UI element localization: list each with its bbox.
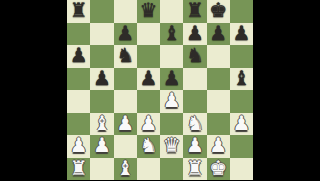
square-a1[interactable]: ♜ [67,158,90,181]
square-b8[interactable] [90,0,113,23]
letterbox-right-bar [253,0,320,180]
square-e2[interactable]: ♛ [160,135,183,158]
square-g1[interactable]: ♚ [207,158,230,181]
square-b4[interactable] [90,90,113,113]
square-f7[interactable]: ♟ [183,23,206,46]
black-pawn-b5[interactable]: ♟ [93,68,111,88]
black-pawn-h7[interactable]: ♟ [232,23,250,43]
square-f4[interactable] [183,90,206,113]
black-rook-a8[interactable]: ♜ [70,0,88,20]
square-g8[interactable]: ♚ [207,0,230,23]
white-pawn-c3[interactable]: ♟ [116,113,134,133]
square-b3[interactable]: ♝ [90,113,113,136]
white-pawn-d3[interactable]: ♟ [139,113,157,133]
white-pawn-a2[interactable]: ♟ [70,135,88,155]
square-g4[interactable] [207,90,230,113]
white-pawn-g2[interactable]: ♟ [209,135,227,155]
square-e4[interactable]: ♟ [160,90,183,113]
black-pawn-a6[interactable]: ♟ [70,45,88,65]
black-king-g8[interactable]: ♚ [209,0,227,20]
square-e6[interactable] [160,45,183,68]
square-c3[interactable]: ♟ [114,113,137,136]
white-pawn-h3[interactable]: ♟ [232,113,250,133]
square-d2[interactable]: ♞ [137,135,160,158]
square-c1[interactable]: ♝ [114,158,137,181]
square-a5[interactable] [67,68,90,91]
square-c7[interactable]: ♟ [114,23,137,46]
square-h6[interactable] [230,45,253,68]
white-king-g1[interactable]: ♚ [209,158,227,178]
square-h2[interactable] [230,135,253,158]
square-f6[interactable]: ♞ [183,45,206,68]
black-bishop-h5[interactable]: ♝ [232,68,250,88]
square-d8[interactable]: ♛ [137,0,160,23]
square-h8[interactable] [230,0,253,23]
square-f2[interactable]: ♟ [183,135,206,158]
square-f5[interactable] [183,68,206,91]
square-a7[interactable] [67,23,90,46]
square-g2[interactable]: ♟ [207,135,230,158]
square-g5[interactable] [207,68,230,91]
square-g6[interactable] [207,45,230,68]
white-pawn-f2[interactable]: ♟ [186,135,204,155]
square-a8[interactable]: ♜ [67,0,90,23]
white-rook-a1[interactable]: ♜ [70,158,88,178]
square-c6[interactable]: ♞ [114,45,137,68]
screenshot-stage: ♜♛♜♚♟♝♟♟♟♟♞♞♟♟♟♝♟♝♟♟♞♟♟♟♞♛♟♟♜♝♜♚ [0,0,320,180]
square-g7[interactable]: ♟ [207,23,230,46]
square-f3[interactable]: ♞ [183,113,206,136]
white-knight-f3[interactable]: ♞ [186,113,204,133]
square-e3[interactable] [160,113,183,136]
square-a2[interactable]: ♟ [67,135,90,158]
square-c8[interactable] [114,0,137,23]
square-b5[interactable]: ♟ [90,68,113,91]
square-f8[interactable]: ♜ [183,0,206,23]
white-bishop-c1[interactable]: ♝ [116,158,134,178]
black-rook-f8[interactable]: ♜ [186,0,204,20]
square-d1[interactable] [137,158,160,181]
square-a3[interactable] [67,113,90,136]
square-g3[interactable] [207,113,230,136]
square-f1[interactable]: ♜ [183,158,206,181]
black-knight-f6[interactable]: ♞ [186,45,204,65]
square-b2[interactable]: ♟ [90,135,113,158]
black-pawn-f7[interactable]: ♟ [186,23,204,43]
black-pawn-c7[interactable]: ♟ [116,23,134,43]
square-d3[interactable]: ♟ [137,113,160,136]
white-bishop-b3[interactable]: ♝ [93,113,111,133]
white-pawn-b2[interactable]: ♟ [93,135,111,155]
square-b7[interactable] [90,23,113,46]
square-d6[interactable] [137,45,160,68]
white-queen-e2[interactable]: ♛ [163,135,181,155]
square-d7[interactable] [137,23,160,46]
square-a4[interactable] [67,90,90,113]
square-b1[interactable] [90,158,113,181]
black-queen-d8[interactable]: ♛ [139,0,157,20]
black-bishop-e7[interactable]: ♝ [163,23,181,43]
square-e7[interactable]: ♝ [160,23,183,46]
square-b6[interactable] [90,45,113,68]
white-rook-f1[interactable]: ♜ [186,158,204,178]
square-e8[interactable] [160,0,183,23]
square-h4[interactable] [230,90,253,113]
square-e5[interactable]: ♟ [160,68,183,91]
square-c4[interactable] [114,90,137,113]
square-c2[interactable] [114,135,137,158]
square-h3[interactable]: ♟ [230,113,253,136]
square-e1[interactable] [160,158,183,181]
square-d4[interactable] [137,90,160,113]
square-a6[interactable]: ♟ [67,45,90,68]
black-pawn-e5[interactable]: ♟ [163,68,181,88]
black-pawn-d5[interactable]: ♟ [139,68,157,88]
letterbox-left-bar [0,0,67,180]
square-h5[interactable]: ♝ [230,68,253,91]
chess-board: ♜♛♜♚♟♝♟♟♟♟♞♞♟♟♟♝♟♝♟♟♞♟♟♟♞♛♟♟♜♝♜♚ [67,0,253,180]
square-c5[interactable] [114,68,137,91]
white-knight-d2[interactable]: ♞ [139,135,157,155]
square-h1[interactable] [230,158,253,181]
black-knight-c6[interactable]: ♞ [116,45,134,65]
square-d5[interactable]: ♟ [137,68,160,91]
black-pawn-g7[interactable]: ♟ [209,23,227,43]
white-pawn-e4[interactable]: ♟ [163,90,181,110]
square-h7[interactable]: ♟ [230,23,253,46]
